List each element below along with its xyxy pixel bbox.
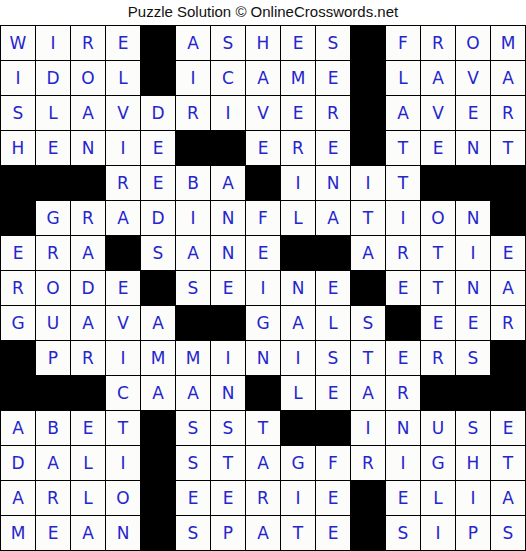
puzzle-solution-page: Puzzle Solution © OnlineCrosswords.net W… [0,0,526,551]
grid-cell-r13c9: G [281,446,315,480]
grid-cell-r8c6: S [176,271,210,305]
grid-cell-r2c10: E [316,61,350,95]
grid-cell-r5c4: R [106,166,140,200]
grid-cell-r6c8: F [246,201,280,235]
grid-cell-r13c13: G [421,446,455,480]
grid-cell-r14c1: A [1,481,35,515]
page-title: Puzzle Solution © OnlineCrosswords.net [0,0,526,25]
grid-cell-r8c9: N [281,271,315,305]
grid-cell-r11c7: N [211,376,245,410]
grid-cell-r10c2: P [36,341,70,375]
grid-cell-r2c13: A [421,61,455,95]
grid-cell-r3c14: E [456,96,490,130]
grid-cell-r6c14: N [456,201,490,235]
grid-cell-r4c9: R [281,131,315,165]
black-cell-r5c14 [456,166,490,200]
grid-cell-r6c10: A [316,201,350,235]
grid-cell-r1c10: S [316,26,350,60]
black-cell-r12c9 [281,411,315,445]
grid-cell-r14c14: I [456,481,490,515]
grid-cell-r11c4: C [106,376,140,410]
black-cell-r4c6 [176,131,210,165]
grid-cell-r1c13: R [421,26,455,60]
grid-cell-r5c6: B [176,166,210,200]
black-cell-r9c7 [211,306,245,340]
black-cell-r10c1 [1,341,35,375]
grid-cell-r14c2: R [36,481,70,515]
grid-cell-r3c9: E [281,96,315,130]
grid-cell-r9c14: E [456,306,490,340]
grid-cell-r13c7: T [211,446,245,480]
grid-cell-r4c2: E [36,131,70,165]
grid-cell-r2c9: M [281,61,315,95]
grid-cell-r2c7: C [211,61,245,95]
black-cell-r11c3 [71,376,105,410]
grid-cell-r1c8: H [246,26,280,60]
grid-cell-r6c9: L [281,201,315,235]
grid-cell-r5c11: I [351,166,385,200]
grid-cell-r15c15: S [491,516,525,550]
grid-cell-r6c13: O [421,201,455,235]
grid-cell-r10c13: R [421,341,455,375]
grid-cell-r6c12: I [386,201,420,235]
grid-cell-r15c8: A [246,516,280,550]
grid-cell-r3c15: R [491,96,525,130]
grid-cell-r8c7: E [211,271,245,305]
black-cell-r11c15 [491,376,525,410]
grid-cell-r15c7: P [211,516,245,550]
grid-cell-r10c4: I [106,341,140,375]
grid-cell-r14c8: R [246,481,280,515]
black-cell-r7c9 [281,236,315,270]
grid-cell-r15c12: S [386,516,420,550]
grid-cell-r9c5: A [141,306,175,340]
grid-cell-r6c5: D [141,201,175,235]
grid-cell-r4c1: H [1,131,35,165]
black-cell-r4c7 [211,131,245,165]
grid-cell-r7c11: A [351,236,385,270]
grid-cell-r14c10: E [316,481,350,515]
black-cell-r1c5 [141,26,175,60]
black-cell-r8c11 [351,271,385,305]
grid-cell-r11c6: A [176,376,210,410]
grid-cell-r4c13: E [421,131,455,165]
grid-cell-r5c5: E [141,166,175,200]
grid-cell-r3c10: R [316,96,350,130]
grid-cell-r7c5: S [141,236,175,270]
black-cell-r5c1 [1,166,35,200]
grid-cell-r11c10: E [316,376,350,410]
grid-cell-r9c10: L [316,306,350,340]
grid-cell-r4c12: T [386,131,420,165]
grid-cell-r12c11: I [351,411,385,445]
grid-cell-r4c10: E [316,131,350,165]
grid-cell-r2c12: L [386,61,420,95]
grid-cell-r4c15: T [491,131,525,165]
grid-cell-r8c3: D [71,271,105,305]
black-cell-r6c1 [1,201,35,235]
grid-cell-r5c9: I [281,166,315,200]
grid-cell-r1c6: A [176,26,210,60]
grid-cell-r3c2: L [36,96,70,130]
grid-cell-r7c2: R [36,236,70,270]
grid-cell-r2c3: O [71,61,105,95]
black-cell-r11c1 [1,376,35,410]
grid-cell-r1c2: I [36,26,70,60]
black-cell-r5c2 [36,166,70,200]
grid-cell-r13c1: D [1,446,35,480]
grid-cell-r7c12: R [386,236,420,270]
black-cell-r3c11 [351,96,385,130]
grid-cell-r9c15: R [491,306,525,340]
grid-cell-r10c12: E [386,341,420,375]
grid-cell-r15c14: P [456,516,490,550]
grid-cell-r9c4: V [106,306,140,340]
black-cell-r11c14 [456,376,490,410]
grid-cell-r14c12: E [386,481,420,515]
grid-cell-r11c5: A [141,376,175,410]
grid-cell-r2c15: A [491,61,525,95]
grid-cell-r3c3: A [71,96,105,130]
grid-cell-r15c1: M [1,516,35,550]
grid-cell-r13c15: T [491,446,525,480]
grid-cell-r11c11: A [351,376,385,410]
grid-cell-r6c3: R [71,201,105,235]
grid-cell-r14c6: E [176,481,210,515]
grid-cell-r8c13: T [421,271,455,305]
grid-cell-r15c6: S [176,516,210,550]
grid-cell-r9c1: G [1,306,35,340]
grid-cell-r1c12: F [386,26,420,60]
grid-cell-r3c13: V [421,96,455,130]
grid-cell-r15c2: E [36,516,70,550]
black-cell-r7c10 [316,236,350,270]
grid-cell-r1c3: R [71,26,105,60]
grid-cell-r12c1: A [1,411,35,445]
black-cell-r10c15 [491,341,525,375]
grid-cell-r1c7: S [211,26,245,60]
grid-cell-r12c13: U [421,411,455,445]
grid-cell-r2c6: I [176,61,210,95]
grid-cell-r2c4: L [106,61,140,95]
grid-cell-r7c1: E [1,236,35,270]
grid-cell-r14c3: L [71,481,105,515]
grid-cell-r13c12: I [386,446,420,480]
black-cell-r15c5 [141,516,175,550]
grid-cell-r6c6: I [176,201,210,235]
grid-cell-r9c8: G [246,306,280,340]
grid-cell-r12c3: E [71,411,105,445]
black-cell-r11c13 [421,376,455,410]
grid-cell-r8c2: O [36,271,70,305]
grid-cell-r14c7: E [211,481,245,515]
grid-cell-r14c15: A [491,481,525,515]
grid-cell-r12c8: T [246,411,280,445]
grid-cell-r6c7: N [211,201,245,235]
black-cell-r13c5 [141,446,175,480]
grid-cell-r11c12: R [386,376,420,410]
grid-cell-r10c9: I [281,341,315,375]
grid-cell-r7c15: E [491,236,525,270]
grid-cell-r15c10: E [316,516,350,550]
grid-cell-r10c11: T [351,341,385,375]
grid-cell-r3c5: D [141,96,175,130]
grid-cell-r6c2: G [36,201,70,235]
grid-cell-r2c2: D [36,61,70,95]
grid-cell-r12c6: S [176,411,210,445]
grid-cell-r8c8: I [246,271,280,305]
black-cell-r6c15 [491,201,525,235]
grid-cell-r11c9: L [281,376,315,410]
grid-cell-r7c3: A [71,236,105,270]
grid-cell-r12c7: S [211,411,245,445]
grid-cell-r9c11: S [351,306,385,340]
black-cell-r1c11 [351,26,385,60]
grid-cell-r9c9: A [281,306,315,340]
grid-cell-r9c2: U [36,306,70,340]
grid-cell-r7c6: A [176,236,210,270]
crossword-grid: WIREASHESFROMIDOLICAMELAVASLAVDRIVERAVER… [0,25,526,551]
grid-cell-r10c8: N [246,341,280,375]
black-cell-r4c11 [351,131,385,165]
grid-cell-r10c10: S [316,341,350,375]
black-cell-r2c5 [141,61,175,95]
grid-cell-r8c15: A [491,271,525,305]
grid-cell-r15c13: I [421,516,455,550]
black-cell-r9c12 [386,306,420,340]
black-cell-r9c6 [176,306,210,340]
grid-cell-r2c14: V [456,61,490,95]
grid-cell-r1c14: O [456,26,490,60]
grid-cell-r13c8: A [246,446,280,480]
grid-cell-r15c9: T [281,516,315,550]
grid-cell-r8c14: N [456,271,490,305]
grid-cell-r4c4: I [106,131,140,165]
grid-cell-r10c3: R [71,341,105,375]
grid-cell-r12c15: E [491,411,525,445]
grid-cell-r5c12: T [386,166,420,200]
black-cell-r5c3 [71,166,105,200]
grid-cell-r1c4: E [106,26,140,60]
grid-cell-r12c4: T [106,411,140,445]
grid-cell-r3c12: A [386,96,420,130]
black-cell-r15c11 [351,516,385,550]
grid-cell-r10c5: M [141,341,175,375]
grid-cell-r9c3: A [71,306,105,340]
black-cell-r14c11 [351,481,385,515]
black-cell-r5c13 [421,166,455,200]
grid-cell-r4c3: N [71,131,105,165]
grid-cell-r3c1: S [1,96,35,130]
grid-cell-r13c10: F [316,446,350,480]
black-cell-r12c10 [316,411,350,445]
grid-cell-r10c7: I [211,341,245,375]
grid-cell-r8c1: R [1,271,35,305]
grid-cell-r7c7: N [211,236,245,270]
grid-cell-r4c5: E [141,131,175,165]
grid-cell-r6c11: T [351,201,385,235]
grid-cell-r10c6: M [176,341,210,375]
grid-cell-r1c9: E [281,26,315,60]
grid-cell-r7c8: E [246,236,280,270]
black-cell-r12c5 [141,411,175,445]
black-cell-r2c11 [351,61,385,95]
black-cell-r11c2 [36,376,70,410]
grid-cell-r1c1: W [1,26,35,60]
black-cell-r8c5 [141,271,175,305]
grid-cell-r2c1: I [1,61,35,95]
grid-cell-r6c4: A [106,201,140,235]
grid-cell-r2c8: A [246,61,280,95]
grid-cell-r13c2: A [36,446,70,480]
grid-cell-r12c14: S [456,411,490,445]
black-cell-r14c5 [141,481,175,515]
grid-cell-r13c4: I [106,446,140,480]
grid-cell-r7c13: T [421,236,455,270]
grid-cell-r3c7: I [211,96,245,130]
grid-cell-r3c4: V [106,96,140,130]
black-cell-r7c4 [106,236,140,270]
grid-cell-r10c14: S [456,341,490,375]
grid-cell-r3c8: V [246,96,280,130]
grid-cell-r8c10: E [316,271,350,305]
grid-cell-r13c14: H [456,446,490,480]
grid-cell-r15c3: A [71,516,105,550]
grid-cell-r15c4: N [106,516,140,550]
grid-cell-r12c2: B [36,411,70,445]
grid-cell-r14c4: O [106,481,140,515]
grid-cell-r5c10: N [316,166,350,200]
grid-cell-r3c6: R [176,96,210,130]
grid-cell-r9c13: E [421,306,455,340]
grid-cell-r13c6: S [176,446,210,480]
grid-cell-r14c13: L [421,481,455,515]
grid-cell-r8c12: E [386,271,420,305]
grid-cell-r5c7: A [211,166,245,200]
grid-cell-r14c9: I [281,481,315,515]
grid-cell-r13c3: L [71,446,105,480]
grid-cell-r8c4: E [106,271,140,305]
grid-cell-r4c8: E [246,131,280,165]
grid-cell-r4c14: N [456,131,490,165]
grid-cell-r13c11: R [351,446,385,480]
black-cell-r11c8 [246,376,280,410]
grid-cell-r7c14: I [456,236,490,270]
grid-cell-r1c15: M [491,26,525,60]
black-cell-r5c15 [491,166,525,200]
black-cell-r5c8 [246,166,280,200]
grid-cell-r12c12: N [386,411,420,445]
